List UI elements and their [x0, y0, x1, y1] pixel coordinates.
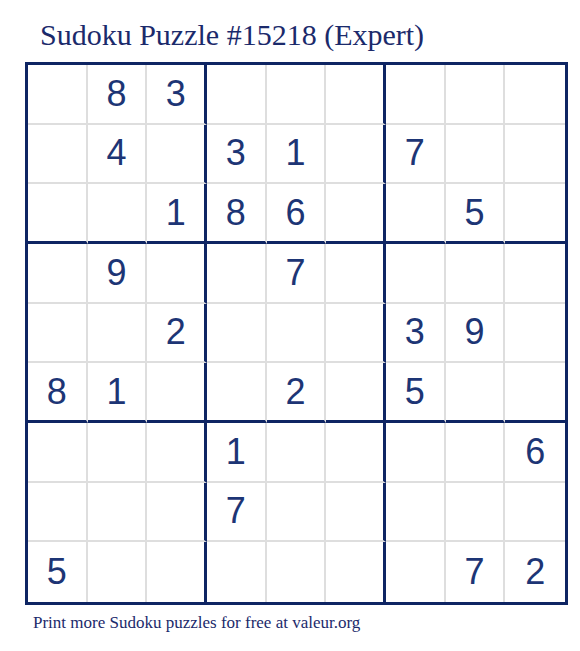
cell-r2c2: 4 [88, 125, 148, 185]
cell-r8c5 [267, 483, 327, 543]
cell-r3c3: 1 [147, 184, 207, 244]
cell-r2c9 [505, 125, 565, 185]
cell-r4c1 [28, 244, 88, 304]
cell-r5c5 [267, 304, 327, 364]
cell-r7c3 [147, 423, 207, 483]
cell-r5c9 [505, 304, 565, 364]
cell-r6c5: 2 [267, 363, 327, 423]
cell-r3c5: 6 [267, 184, 327, 244]
cell-r9c7 [386, 542, 446, 602]
cell-r1c5 [267, 65, 327, 125]
cell-r2c4: 3 [207, 125, 267, 185]
cell-r7c8 [446, 423, 506, 483]
cell-r7c2 [88, 423, 148, 483]
cell-r5c2 [88, 304, 148, 364]
cell-r2c1 [28, 125, 88, 185]
sudoku-page: Sudoku Puzzle #15218 (Expert) 8343171865… [0, 0, 580, 651]
cell-r5c8: 9 [446, 304, 506, 364]
cell-r5c6 [326, 304, 386, 364]
cell-r3c7 [386, 184, 446, 244]
cell-r5c3: 2 [147, 304, 207, 364]
footer-text: Print more Sudoku puzzles for free at va… [33, 613, 360, 633]
cell-r4c8 [446, 244, 506, 304]
cell-r9c9: 2 [505, 542, 565, 602]
cell-r8c1 [28, 483, 88, 543]
cell-r2c8 [446, 125, 506, 185]
sudoku-board: 8343171865972398125167572 [25, 62, 568, 605]
cell-r4c4 [207, 244, 267, 304]
cell-r1c6 [326, 65, 386, 125]
cell-r7c4: 1 [207, 423, 267, 483]
cell-r2c7: 7 [386, 125, 446, 185]
cell-r2c5: 1 [267, 125, 327, 185]
cell-r1c1 [28, 65, 88, 125]
cell-r6c2: 1 [88, 363, 148, 423]
cell-r5c4 [207, 304, 267, 364]
cell-r9c5 [267, 542, 327, 602]
cell-r5c7: 3 [386, 304, 446, 364]
cell-r7c1 [28, 423, 88, 483]
cell-r3c9 [505, 184, 565, 244]
cell-r6c7: 5 [386, 363, 446, 423]
cell-r9c3 [147, 542, 207, 602]
cell-r6c8 [446, 363, 506, 423]
cell-r6c4 [207, 363, 267, 423]
cell-r4c3 [147, 244, 207, 304]
cell-r4c2: 9 [88, 244, 148, 304]
page-title: Sudoku Puzzle #15218 (Expert) [40, 18, 424, 51]
cell-r8c2 [88, 483, 148, 543]
cell-r3c1 [28, 184, 88, 244]
cell-r3c6 [326, 184, 386, 244]
cell-r9c1: 5 [28, 542, 88, 602]
cell-r2c3 [147, 125, 207, 185]
cell-r8c4: 7 [207, 483, 267, 543]
cell-r3c8: 5 [446, 184, 506, 244]
cell-r3c4: 8 [207, 184, 267, 244]
cell-r9c6 [326, 542, 386, 602]
cell-r1c3: 3 [147, 65, 207, 125]
cell-r1c7 [386, 65, 446, 125]
cell-r8c7 [386, 483, 446, 543]
cell-r1c8 [446, 65, 506, 125]
cell-r4c5: 7 [267, 244, 327, 304]
cell-r1c4 [207, 65, 267, 125]
cell-r4c6 [326, 244, 386, 304]
cell-r8c6 [326, 483, 386, 543]
cell-r8c8 [446, 483, 506, 543]
cell-r8c9 [505, 483, 565, 543]
cell-r7c6 [326, 423, 386, 483]
cell-r1c2: 8 [88, 65, 148, 125]
cell-r7c9: 6 [505, 423, 565, 483]
cell-r1c9 [505, 65, 565, 125]
cell-r6c6 [326, 363, 386, 423]
cell-r9c4 [207, 542, 267, 602]
cell-r6c3 [147, 363, 207, 423]
cell-r6c9 [505, 363, 565, 423]
cell-r9c2 [88, 542, 148, 602]
cell-r7c5 [267, 423, 327, 483]
cell-r2c6 [326, 125, 386, 185]
cell-r9c8: 7 [446, 542, 506, 602]
cell-r8c3 [147, 483, 207, 543]
cell-r3c2 [88, 184, 148, 244]
cell-r7c7 [386, 423, 446, 483]
cell-r6c1: 8 [28, 363, 88, 423]
cell-r5c1 [28, 304, 88, 364]
cell-r4c9 [505, 244, 565, 304]
cell-r4c7 [386, 244, 446, 304]
